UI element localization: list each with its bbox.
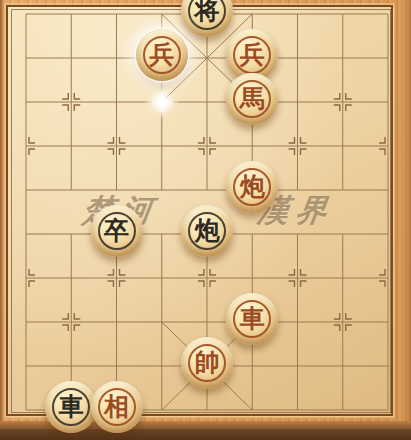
piece-black-cannon[interactable]: 炮: [181, 205, 233, 257]
piece-red-cannon[interactable]: 炮: [226, 161, 278, 213]
piece-character: 炮: [240, 161, 265, 213]
piece-red-elephant[interactable]: 相: [91, 381, 143, 433]
piece-character: 相: [104, 381, 129, 433]
xiangqi-board: 楚河 漢界 将兵兵馬炮卒炮車帥車相: [0, 0, 411, 440]
piece-character: 帥: [195, 337, 220, 389]
piece-red-horse[interactable]: 馬: [226, 73, 278, 125]
piece-character: 卒: [104, 205, 129, 257]
piece-character: 兵: [149, 29, 174, 81]
piece-character: 車: [59, 381, 84, 433]
move-origin-sparkle: [144, 84, 180, 120]
piece-character: 馬: [240, 73, 265, 125]
piece-red-chariot[interactable]: 車: [226, 293, 278, 345]
piece-character: 将: [195, 0, 220, 37]
piece-character: 車: [240, 293, 265, 345]
piece-black-soldier[interactable]: 卒: [91, 205, 143, 257]
piece-black-chariot[interactable]: 車: [45, 381, 97, 433]
piece-red-soldier[interactable]: 兵: [136, 29, 188, 81]
piece-red-general[interactable]: 帥: [181, 337, 233, 389]
piece-character: 炮: [195, 205, 220, 257]
